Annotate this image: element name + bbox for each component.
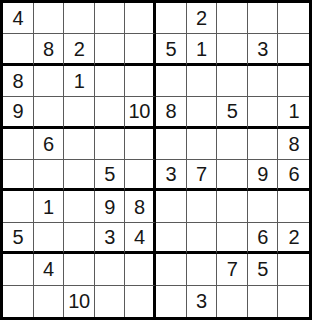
cell-r5c1[interactable] [3, 129, 34, 160]
cell-r8c7[interactable] [187, 223, 218, 254]
cell-r3c10[interactable] [278, 66, 309, 97]
cell-r6c6[interactable]: 3 [156, 160, 187, 191]
cell-r6c1[interactable] [3, 160, 34, 191]
cell-r10c6[interactable] [156, 286, 187, 317]
cell-r10c10[interactable] [278, 286, 309, 317]
cell-r7c6[interactable] [156, 191, 187, 222]
cell-r8c10[interactable]: 2 [278, 223, 309, 254]
cell-r5c3[interactable] [64, 129, 95, 160]
cell-r2c9[interactable]: 3 [248, 34, 279, 65]
cell-r9c6[interactable] [156, 254, 187, 285]
cell-r3c3[interactable]: 1 [64, 66, 95, 97]
cell-r6c7[interactable]: 7 [187, 160, 218, 191]
cell-r4c8[interactable]: 5 [217, 97, 248, 128]
cell-r8c2[interactable] [34, 223, 65, 254]
cell-r9c9[interactable]: 5 [248, 254, 279, 285]
cell-r3c6[interactable] [156, 66, 187, 97]
cell-r7c1[interactable] [3, 191, 34, 222]
cell-r9c5[interactable] [125, 254, 156, 285]
cell-r3c1[interactable]: 8 [3, 66, 34, 97]
cell-r1c5[interactable] [125, 3, 156, 34]
cell-r8c5[interactable]: 4 [125, 223, 156, 254]
cell-r4c2[interactable] [34, 97, 65, 128]
cell-r6c4[interactable]: 5 [95, 160, 126, 191]
sudoku-board: 428251381910851685379619853462475103 [0, 0, 312, 320]
cell-r5c4[interactable] [95, 129, 126, 160]
cell-r7c3[interactable] [64, 191, 95, 222]
cell-r10c8[interactable] [217, 286, 248, 317]
cell-r5c5[interactable] [125, 129, 156, 160]
cell-r2c1[interactable] [3, 34, 34, 65]
cell-r4c7[interactable] [187, 97, 218, 128]
cell-r1c2[interactable] [34, 3, 65, 34]
cell-r7c2[interactable]: 1 [34, 191, 65, 222]
cell-r10c2[interactable] [34, 286, 65, 317]
cell-r6c5[interactable] [125, 160, 156, 191]
cell-r5c8[interactable] [217, 129, 248, 160]
cell-r7c5[interactable]: 8 [125, 191, 156, 222]
cell-r7c9[interactable] [248, 191, 279, 222]
cell-r8c9[interactable]: 6 [248, 223, 279, 254]
cell-r8c1[interactable]: 5 [3, 223, 34, 254]
cell-r3c5[interactable] [125, 66, 156, 97]
cell-r4c9[interactable] [248, 97, 279, 128]
cell-r6c8[interactable] [217, 160, 248, 191]
cell-r10c9[interactable] [248, 286, 279, 317]
cell-r6c10[interactable]: 6 [278, 160, 309, 191]
cell-r4c3[interactable] [64, 97, 95, 128]
cell-r3c9[interactable] [248, 66, 279, 97]
cell-r3c2[interactable] [34, 66, 65, 97]
cell-r10c7[interactable]: 3 [187, 286, 218, 317]
cell-r9c1[interactable] [3, 254, 34, 285]
cell-r9c2[interactable]: 4 [34, 254, 65, 285]
cell-r1c4[interactable] [95, 3, 126, 34]
cell-r10c4[interactable] [95, 286, 126, 317]
cell-r5c7[interactable] [187, 129, 218, 160]
cell-r2c5[interactable] [125, 34, 156, 65]
cell-r5c10[interactable]: 8 [278, 129, 309, 160]
cell-r5c9[interactable] [248, 129, 279, 160]
cell-r1c3[interactable] [64, 3, 95, 34]
cell-r4c1[interactable]: 9 [3, 97, 34, 128]
cell-r3c7[interactable] [187, 66, 218, 97]
cell-r1c8[interactable] [217, 3, 248, 34]
cell-r6c3[interactable] [64, 160, 95, 191]
cell-r8c6[interactable] [156, 223, 187, 254]
cell-r7c4[interactable]: 9 [95, 191, 126, 222]
cell-r1c6[interactable] [156, 3, 187, 34]
cell-r7c10[interactable] [278, 191, 309, 222]
cell-r4c5[interactable]: 10 [125, 97, 156, 128]
cell-r2c2[interactable]: 8 [34, 34, 65, 65]
cell-r2c3[interactable]: 2 [64, 34, 95, 65]
cell-r9c10[interactable] [278, 254, 309, 285]
cell-r9c8[interactable]: 7 [217, 254, 248, 285]
cell-r10c5[interactable] [125, 286, 156, 317]
cell-r9c7[interactable] [187, 254, 218, 285]
cell-r4c4[interactable] [95, 97, 126, 128]
cell-r2c8[interactable] [217, 34, 248, 65]
cell-r9c4[interactable] [95, 254, 126, 285]
cell-r5c2[interactable]: 6 [34, 129, 65, 160]
cell-r2c6[interactable]: 5 [156, 34, 187, 65]
cell-r7c7[interactable] [187, 191, 218, 222]
cell-r1c7[interactable]: 2 [187, 3, 218, 34]
cell-r3c4[interactable] [95, 66, 126, 97]
cell-r2c7[interactable]: 1 [187, 34, 218, 65]
cell-r4c10[interactable]: 1 [278, 97, 309, 128]
cell-r2c10[interactable] [278, 34, 309, 65]
cell-r10c1[interactable] [3, 286, 34, 317]
cell-r6c9[interactable]: 9 [248, 160, 279, 191]
cell-r3c8[interactable] [217, 66, 248, 97]
cell-r1c10[interactable] [278, 3, 309, 34]
cell-r10c3[interactable]: 10 [64, 286, 95, 317]
cell-r8c8[interactable] [217, 223, 248, 254]
cell-r8c4[interactable]: 3 [95, 223, 126, 254]
cell-r2c4[interactable] [95, 34, 126, 65]
cell-r8c3[interactable] [64, 223, 95, 254]
cell-r7c8[interactable] [217, 191, 248, 222]
cell-r1c9[interactable] [248, 3, 279, 34]
cell-r4c6[interactable]: 8 [156, 97, 187, 128]
cell-r6c2[interactable] [34, 160, 65, 191]
cell-r9c3[interactable] [64, 254, 95, 285]
cell-r1c1[interactable]: 4 [3, 3, 34, 34]
cell-r5c6[interactable] [156, 129, 187, 160]
